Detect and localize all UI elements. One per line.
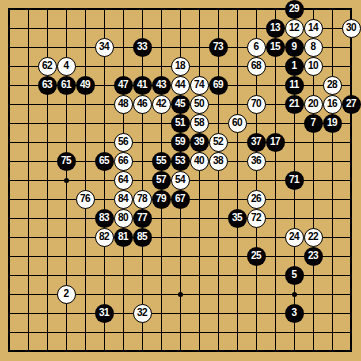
black-stone-83: 83 — [95, 209, 114, 228]
black-stone-53: 53 — [171, 152, 190, 171]
go-board: 1234567891011121314151617181920212223242… — [0, 0, 361, 361]
white-stone-60: 60 — [228, 114, 247, 133]
black-stone-85: 85 — [133, 228, 152, 247]
black-stone-55: 55 — [152, 152, 171, 171]
black-stone-43: 43 — [152, 76, 171, 95]
white-stone-72: 72 — [247, 209, 266, 228]
black-stone-47: 47 — [114, 76, 133, 95]
black-stone-5: 5 — [285, 266, 304, 285]
white-stone-20: 20 — [304, 95, 323, 114]
black-stone-71: 71 — [285, 171, 304, 190]
white-stone-80: 80 — [114, 209, 133, 228]
black-stone-17: 17 — [266, 133, 285, 152]
black-stone-63: 63 — [38, 76, 57, 95]
black-stone-51: 51 — [171, 114, 190, 133]
white-stone-50: 50 — [190, 95, 209, 114]
grid-line-vertical — [351, 9, 352, 351]
star-point — [292, 292, 297, 297]
white-stone-70: 70 — [247, 95, 266, 114]
white-stone-64: 64 — [114, 171, 133, 190]
white-stone-22: 22 — [304, 228, 323, 247]
white-stone-8: 8 — [304, 38, 323, 57]
white-stone-74: 74 — [190, 76, 209, 95]
grid-line-vertical — [275, 9, 276, 351]
white-stone-76: 76 — [76, 190, 95, 209]
black-stone-7: 7 — [304, 114, 323, 133]
black-stone-19: 19 — [323, 114, 342, 133]
white-stone-48: 48 — [114, 95, 133, 114]
white-stone-32: 32 — [133, 304, 152, 323]
black-stone-11: 11 — [285, 76, 304, 95]
black-stone-35: 35 — [228, 209, 247, 228]
black-stone-69: 69 — [209, 76, 228, 95]
white-stone-82: 82 — [95, 228, 114, 247]
black-stone-45: 45 — [171, 95, 190, 114]
white-stone-16: 16 — [323, 95, 342, 114]
black-stone-9: 9 — [285, 38, 304, 57]
white-stone-56: 56 — [114, 133, 133, 152]
star-point — [178, 292, 183, 297]
black-stone-27: 27 — [342, 95, 361, 114]
black-stone-29: 29 — [285, 0, 304, 19]
black-stone-41: 41 — [133, 76, 152, 95]
white-stone-38: 38 — [209, 152, 228, 171]
white-stone-66: 66 — [114, 152, 133, 171]
grid-line-vertical — [237, 9, 238, 351]
white-stone-36: 36 — [247, 152, 266, 171]
white-stone-24: 24 — [285, 228, 304, 247]
grid-line-horizontal — [9, 332, 351, 333]
black-stone-79: 79 — [152, 190, 171, 209]
white-stone-52: 52 — [209, 133, 228, 152]
black-stone-81: 81 — [114, 228, 133, 247]
grid-line-vertical — [218, 9, 219, 351]
white-stone-44: 44 — [171, 76, 190, 95]
white-stone-2: 2 — [57, 285, 76, 304]
black-stone-15: 15 — [266, 38, 285, 57]
black-stone-65: 65 — [95, 152, 114, 171]
black-stone-75: 75 — [57, 152, 76, 171]
black-stone-61: 61 — [57, 76, 76, 95]
black-stone-67: 67 — [171, 190, 190, 209]
black-stone-3: 3 — [285, 304, 304, 323]
black-stone-13: 13 — [266, 19, 285, 38]
black-stone-25: 25 — [247, 247, 266, 266]
white-stone-78: 78 — [133, 190, 152, 209]
black-stone-37: 37 — [247, 133, 266, 152]
black-stone-21: 21 — [285, 95, 304, 114]
black-stone-57: 57 — [152, 171, 171, 190]
grid-line-horizontal — [9, 256, 351, 257]
white-stone-10: 10 — [304, 57, 323, 76]
white-stone-30: 30 — [342, 19, 361, 38]
grid-line-horizontal — [9, 351, 351, 352]
white-stone-34: 34 — [95, 38, 114, 57]
white-stone-40: 40 — [190, 152, 209, 171]
white-stone-26: 26 — [247, 190, 266, 209]
black-stone-49: 49 — [76, 76, 95, 95]
black-stone-1: 1 — [285, 57, 304, 76]
star-point — [64, 178, 69, 183]
grid-line-vertical — [332, 9, 333, 351]
white-stone-14: 14 — [304, 19, 323, 38]
white-stone-6: 6 — [247, 38, 266, 57]
white-stone-68: 68 — [247, 57, 266, 76]
white-stone-42: 42 — [152, 95, 171, 114]
white-stone-4: 4 — [57, 57, 76, 76]
white-stone-46: 46 — [133, 95, 152, 114]
black-stone-73: 73 — [209, 38, 228, 57]
grid-line-horizontal — [9, 218, 351, 219]
white-stone-12: 12 — [285, 19, 304, 38]
black-stone-31: 31 — [95, 304, 114, 323]
black-stone-59: 59 — [171, 133, 190, 152]
grid-line-vertical — [199, 9, 200, 351]
white-stone-84: 84 — [114, 190, 133, 209]
black-stone-39: 39 — [190, 133, 209, 152]
black-stone-23: 23 — [304, 247, 323, 266]
black-stone-77: 77 — [133, 209, 152, 228]
white-stone-62: 62 — [38, 57, 57, 76]
white-stone-28: 28 — [323, 76, 342, 95]
white-stone-58: 58 — [190, 114, 209, 133]
white-stone-18: 18 — [171, 57, 190, 76]
white-stone-54: 54 — [171, 171, 190, 190]
black-stone-33: 33 — [133, 38, 152, 57]
